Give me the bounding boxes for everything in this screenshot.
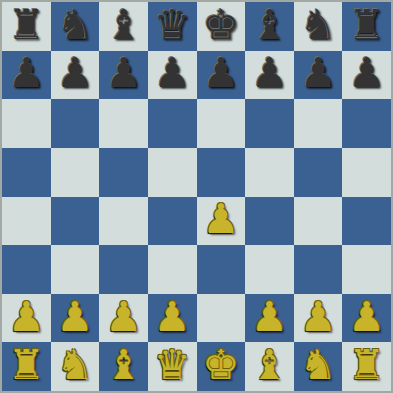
piece-black-rook: ♜ <box>8 5 45 46</box>
square-b2[interactable]: ♟ <box>51 294 100 343</box>
piece-white-pawn: ♟ <box>154 297 191 338</box>
piece-black-pawn: ♟ <box>300 53 337 94</box>
square-d6[interactable] <box>148 99 197 148</box>
square-e2[interactable] <box>197 294 246 343</box>
square-e8[interactable]: ♚ <box>197 2 246 51</box>
piece-black-knight: ♞ <box>300 5 337 46</box>
chess-board-frame: ♜♞♝♛♚♝♞♜♟♟♟♟♟♟♟♟♟♟♟♟♟♟♟♟♜♞♝♛♚♝♞♜ <box>0 0 393 393</box>
square-a7[interactable]: ♟ <box>2 51 51 100</box>
piece-white-pawn: ♟ <box>8 297 45 338</box>
square-a1[interactable]: ♜ <box>2 342 51 391</box>
square-c1[interactable]: ♝ <box>99 342 148 391</box>
piece-white-pawn: ♟ <box>202 199 239 240</box>
piece-black-bishop: ♝ <box>251 5 288 46</box>
square-a6[interactable] <box>2 99 51 148</box>
piece-white-knight: ♞ <box>57 345 94 386</box>
piece-black-pawn: ♟ <box>202 53 239 94</box>
square-a4[interactable] <box>2 197 51 246</box>
piece-black-pawn: ♟ <box>348 53 385 94</box>
square-b8[interactable]: ♞ <box>51 2 100 51</box>
square-b4[interactable] <box>51 197 100 246</box>
square-h2[interactable]: ♟ <box>342 294 391 343</box>
piece-white-pawn: ♟ <box>251 297 288 338</box>
square-f3[interactable] <box>245 245 294 294</box>
square-g3[interactable] <box>294 245 343 294</box>
piece-black-pawn: ♟ <box>57 53 94 94</box>
square-c5[interactable] <box>99 148 148 197</box>
square-e5[interactable] <box>197 148 246 197</box>
square-f7[interactable]: ♟ <box>245 51 294 100</box>
piece-white-knight: ♞ <box>300 345 337 386</box>
piece-black-pawn: ♟ <box>251 53 288 94</box>
piece-black-pawn: ♟ <box>8 53 45 94</box>
square-b1[interactable]: ♞ <box>51 342 100 391</box>
square-f5[interactable] <box>245 148 294 197</box>
square-h4[interactable] <box>342 197 391 246</box>
square-c6[interactable] <box>99 99 148 148</box>
square-h3[interactable] <box>342 245 391 294</box>
square-d7[interactable]: ♟ <box>148 51 197 100</box>
square-b6[interactable] <box>51 99 100 148</box>
piece-black-pawn: ♟ <box>154 53 191 94</box>
piece-white-pawn: ♟ <box>57 297 94 338</box>
square-f1[interactable]: ♝ <box>245 342 294 391</box>
square-h5[interactable] <box>342 148 391 197</box>
square-d2[interactable]: ♟ <box>148 294 197 343</box>
square-d4[interactable] <box>148 197 197 246</box>
square-h7[interactable]: ♟ <box>342 51 391 100</box>
piece-white-pawn: ♟ <box>300 297 337 338</box>
piece-white-queen: ♛ <box>154 345 191 386</box>
square-g8[interactable]: ♞ <box>294 2 343 51</box>
piece-black-bishop: ♝ <box>105 5 142 46</box>
square-f8[interactable]: ♝ <box>245 2 294 51</box>
piece-black-rook: ♜ <box>348 5 385 46</box>
square-a5[interactable] <box>2 148 51 197</box>
square-c4[interactable] <box>99 197 148 246</box>
square-e7[interactable]: ♟ <box>197 51 246 100</box>
square-d5[interactable] <box>148 148 197 197</box>
square-d1[interactable]: ♛ <box>148 342 197 391</box>
piece-white-bishop: ♝ <box>105 345 142 386</box>
square-d8[interactable]: ♛ <box>148 2 197 51</box>
square-b5[interactable] <box>51 148 100 197</box>
piece-white-king: ♚ <box>202 345 239 386</box>
piece-white-rook: ♜ <box>348 345 385 386</box>
square-g4[interactable] <box>294 197 343 246</box>
square-c8[interactable]: ♝ <box>99 2 148 51</box>
piece-black-pawn: ♟ <box>105 53 142 94</box>
square-e1[interactable]: ♚ <box>197 342 246 391</box>
piece-black-queen: ♛ <box>154 5 191 46</box>
piece-white-pawn: ♟ <box>105 297 142 338</box>
square-h6[interactable] <box>342 99 391 148</box>
piece-black-knight: ♞ <box>57 5 94 46</box>
square-g7[interactable]: ♟ <box>294 51 343 100</box>
square-g2[interactable]: ♟ <box>294 294 343 343</box>
square-e6[interactable] <box>197 99 246 148</box>
piece-white-rook: ♜ <box>8 345 45 386</box>
square-g6[interactable] <box>294 99 343 148</box>
square-f4[interactable] <box>245 197 294 246</box>
square-g5[interactable] <box>294 148 343 197</box>
square-g1[interactable]: ♞ <box>294 342 343 391</box>
square-e3[interactable] <box>197 245 246 294</box>
chess-board: ♜♞♝♛♚♝♞♜♟♟♟♟♟♟♟♟♟♟♟♟♟♟♟♟♜♞♝♛♚♝♞♜ <box>2 2 391 391</box>
square-f6[interactable] <box>245 99 294 148</box>
piece-white-bishop: ♝ <box>251 345 288 386</box>
square-f2[interactable]: ♟ <box>245 294 294 343</box>
square-e4[interactable]: ♟ <box>197 197 246 246</box>
square-b7[interactable]: ♟ <box>51 51 100 100</box>
square-h1[interactable]: ♜ <box>342 342 391 391</box>
square-a8[interactable]: ♜ <box>2 2 51 51</box>
square-d3[interactable] <box>148 245 197 294</box>
square-a2[interactable]: ♟ <box>2 294 51 343</box>
piece-white-pawn: ♟ <box>348 297 385 338</box>
square-c3[interactable] <box>99 245 148 294</box>
square-b3[interactable] <box>51 245 100 294</box>
square-c2[interactable]: ♟ <box>99 294 148 343</box>
piece-black-king: ♚ <box>202 5 239 46</box>
square-a3[interactable] <box>2 245 51 294</box>
square-c7[interactable]: ♟ <box>99 51 148 100</box>
square-h8[interactable]: ♜ <box>342 2 391 51</box>
